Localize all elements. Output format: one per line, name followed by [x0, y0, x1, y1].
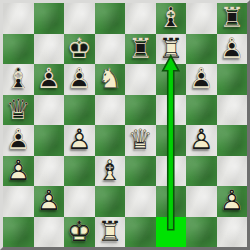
square-c7[interactable]: ♚♔	[64, 34, 95, 65]
white-knight-outline-icon: ♘	[95, 64, 126, 95]
piece-white-knight-d6[interactable]: ♞♘	[95, 64, 126, 95]
square-d4[interactable]	[95, 125, 126, 156]
square-c5[interactable]	[64, 95, 95, 126]
piece-white-pawn-g4[interactable]: ♟♙	[186, 125, 217, 156]
square-a5[interactable]: ♛♕	[3, 95, 34, 126]
piece-white-pawn-b2[interactable]: ♟♙	[34, 186, 65, 217]
square-a3[interactable]: ♟♙	[3, 156, 34, 187]
square-h1[interactable]	[217, 217, 248, 248]
square-e6[interactable]	[125, 64, 156, 95]
white-bishop-outline-icon: ♗	[95, 156, 126, 187]
square-e1[interactable]	[125, 217, 156, 248]
white-rook-outline-icon: ♖	[95, 217, 126, 248]
piece-black-rook-h8[interactable]: ♜♖	[217, 3, 248, 34]
square-b3[interactable]	[34, 156, 65, 187]
piece-black-rook-e7[interactable]: ♜♖	[125, 34, 156, 65]
square-f2[interactable]	[156, 186, 187, 217]
square-h5[interactable]	[217, 95, 248, 126]
square-d6[interactable]: ♞♘	[95, 64, 126, 95]
piece-black-pawn-c6[interactable]: ♟♙	[64, 64, 95, 95]
piece-white-pawn-a3[interactable]: ♟♙	[3, 156, 34, 187]
square-a7[interactable]	[3, 34, 34, 65]
square-g1[interactable]	[186, 217, 217, 248]
square-f5[interactable]	[156, 95, 187, 126]
piece-black-pawn-a4[interactable]: ♟♙	[3, 125, 34, 156]
square-b6[interactable]: ♟♙	[34, 64, 65, 95]
square-g4[interactable]: ♟♙	[186, 125, 217, 156]
piece-black-pawn-h7[interactable]: ♟♙	[217, 34, 248, 65]
piece-black-bishop-f8[interactable]: ♝♗	[156, 3, 187, 34]
piece-black-pawn-g6[interactable]: ♟♙	[186, 64, 217, 95]
square-d2[interactable]	[95, 186, 126, 217]
piece-black-queen-a5[interactable]: ♛♕	[3, 95, 34, 126]
white-pawn-outline-icon: ♙	[64, 125, 95, 156]
square-a8[interactable]	[3, 3, 34, 34]
square-g6[interactable]: ♟♙	[186, 64, 217, 95]
square-c8[interactable]	[64, 3, 95, 34]
square-e4[interactable]: ♛♕	[125, 125, 156, 156]
black-king-outline-icon: ♔	[64, 34, 95, 65]
square-e5[interactable]	[125, 95, 156, 126]
square-b1[interactable]	[34, 217, 65, 248]
black-bishop-outline-icon: ♗	[3, 64, 34, 95]
square-h4[interactable]	[217, 125, 248, 156]
square-a2[interactable]	[3, 186, 34, 217]
square-g3[interactable]	[186, 156, 217, 187]
square-d7[interactable]	[95, 34, 126, 65]
square-e3[interactable]	[125, 156, 156, 187]
square-g5[interactable]	[186, 95, 217, 126]
square-a1[interactable]	[3, 217, 34, 248]
square-c3[interactable]	[64, 156, 95, 187]
black-rook-outline-icon: ♖	[217, 3, 248, 34]
square-e7[interactable]: ♜♖	[125, 34, 156, 65]
square-f8[interactable]: ♝♗	[156, 3, 187, 34]
board-grid: ♝♗♜♖♚♔♜♖♜♖♟♙♝♗♟♙♟♙♞♘♟♙♛♕♟♙♟♙♛♕♟♙♟♙♝♗♟♙♟♙…	[3, 3, 247, 247]
square-f6[interactable]	[156, 64, 187, 95]
square-d1[interactable]: ♜♖	[95, 217, 126, 248]
square-c6[interactable]: ♟♙	[64, 64, 95, 95]
square-b7[interactable]	[34, 34, 65, 65]
square-b4[interactable]	[34, 125, 65, 156]
white-pawn-outline-icon: ♙	[217, 186, 248, 217]
black-pawn-outline-icon: ♙	[34, 64, 65, 95]
square-g7[interactable]	[186, 34, 217, 65]
square-f7[interactable]: ♜♖	[156, 34, 187, 65]
piece-white-king-c1[interactable]: ♚♔	[64, 217, 95, 248]
square-f1[interactable]	[156, 217, 187, 248]
white-pawn-outline-icon: ♙	[186, 125, 217, 156]
black-pawn-outline-icon: ♙	[64, 64, 95, 95]
piece-black-pawn-b6[interactable]: ♟♙	[34, 64, 65, 95]
piece-white-pawn-c4[interactable]: ♟♙	[64, 125, 95, 156]
white-queen-outline-icon: ♕	[125, 125, 156, 156]
piece-black-bishop-a6[interactable]: ♝♗	[3, 64, 34, 95]
black-pawn-outline-icon: ♙	[186, 64, 217, 95]
square-d8[interactable]	[95, 3, 126, 34]
square-d5[interactable]	[95, 95, 126, 126]
black-queen-outline-icon: ♕	[3, 95, 34, 126]
white-rook-outline-icon: ♖	[156, 34, 187, 65]
piece-black-king-c7[interactable]: ♚♔	[64, 34, 95, 65]
square-h8[interactable]: ♜♖	[217, 3, 248, 34]
square-c2[interactable]	[64, 186, 95, 217]
square-d3[interactable]: ♝♗	[95, 156, 126, 187]
square-b8[interactable]	[34, 3, 65, 34]
square-c1[interactable]: ♚♔	[64, 217, 95, 248]
piece-white-rook-d1[interactable]: ♜♖	[95, 217, 126, 248]
square-e2[interactable]	[125, 186, 156, 217]
black-rook-outline-icon: ♖	[125, 34, 156, 65]
square-f4[interactable]	[156, 125, 187, 156]
square-e8[interactable]	[125, 3, 156, 34]
chess-board: ♝♗♜♖♚♔♜♖♜♖♟♙♝♗♟♙♟♙♞♘♟♙♛♕♟♙♟♙♛♕♟♙♟♙♝♗♟♙♟♙…	[0, 0, 250, 250]
black-pawn-outline-icon: ♙	[217, 34, 248, 65]
piece-white-queen-e4[interactable]: ♛♕	[125, 125, 156, 156]
square-b2[interactable]: ♟♙	[34, 186, 65, 217]
piece-white-rook-f7[interactable]: ♜♖	[156, 34, 187, 65]
square-g8[interactable]	[186, 3, 217, 34]
square-g2[interactable]	[186, 186, 217, 217]
black-pawn-outline-icon: ♙	[3, 125, 34, 156]
square-f3[interactable]	[156, 156, 187, 187]
white-pawn-outline-icon: ♙	[3, 156, 34, 187]
piece-white-bishop-d3[interactable]: ♝♗	[95, 156, 126, 187]
square-c4[interactable]: ♟♙	[64, 125, 95, 156]
white-pawn-outline-icon: ♙	[34, 186, 65, 217]
black-bishop-outline-icon: ♗	[156, 3, 187, 34]
square-h2[interactable]: ♟♙	[217, 186, 248, 217]
square-a4[interactable]: ♟♙	[3, 125, 34, 156]
square-h7[interactable]: ♟♙	[217, 34, 248, 65]
white-king-outline-icon: ♔	[64, 217, 95, 248]
square-b5[interactable]	[34, 95, 65, 126]
square-h3[interactable]	[217, 156, 248, 187]
square-a6[interactable]: ♝♗	[3, 64, 34, 95]
piece-white-pawn-h2[interactable]: ♟♙	[217, 186, 248, 217]
square-h6[interactable]	[217, 64, 248, 95]
